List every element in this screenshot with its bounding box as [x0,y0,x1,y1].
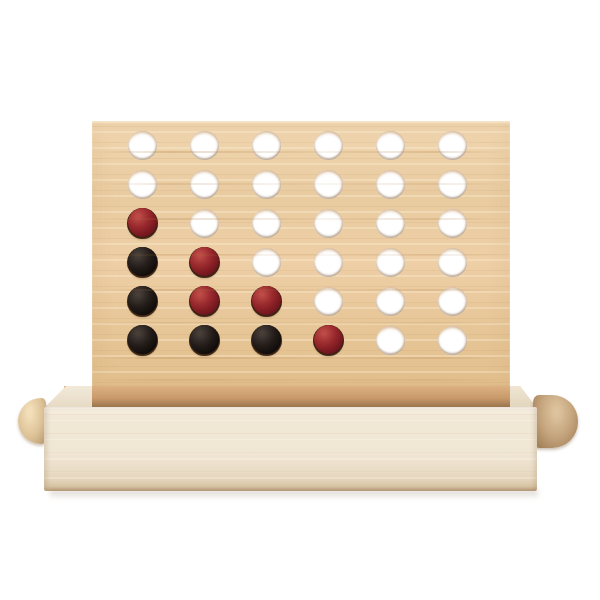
empty-hole [190,170,219,199]
empty-hole [376,131,405,160]
cell-r1c4[interactable] [297,126,359,165]
empty-hole [376,170,405,199]
cell-r1c6[interactable] [421,126,483,165]
cell-r4c3[interactable] [235,243,297,282]
empty-hole [252,170,281,199]
cell-r5c1[interactable] [111,282,173,321]
empty-hole [314,209,343,238]
empty-hole [190,131,219,160]
cell-r3c5[interactable] [359,204,421,243]
tray-rim-left [44,386,92,408]
empty-hole [128,170,157,199]
empty-hole [438,326,467,355]
empty-hole [376,248,405,277]
cell-r6c4[interactable] [297,321,359,360]
cell-r4c5[interactable] [359,243,421,282]
cell-r6c3[interactable] [235,321,297,360]
empty-hole [438,131,467,160]
cell-r5c6[interactable] [421,282,483,321]
cell-r3c4[interactable] [297,204,359,243]
cell-r3c3[interactable] [235,204,297,243]
empty-hole [314,287,343,316]
cell-r2c3[interactable] [235,165,297,204]
empty-hole [438,170,467,199]
cell-r2c1[interactable] [111,165,173,204]
board-grid [111,126,483,360]
cell-r6c2[interactable] [173,321,235,360]
cell-r3c6[interactable] [421,204,483,243]
game-board [92,121,510,391]
empty-hole [376,287,405,316]
black-piece[interactable] [128,286,157,315]
red-piece[interactable] [190,286,219,315]
red-piece[interactable] [190,247,219,276]
cell-r5c2[interactable] [173,282,235,321]
empty-hole [438,248,467,277]
empty-hole [438,209,467,238]
left-dowel-handle[interactable] [18,398,46,444]
red-piece[interactable] [252,286,281,315]
cell-r4c1[interactable] [111,243,173,282]
black-piece[interactable] [252,325,281,354]
cell-r2c2[interactable] [173,165,235,204]
empty-hole [314,248,343,277]
product-photo-connect-four [0,0,600,600]
empty-hole [190,209,219,238]
cell-r1c5[interactable] [359,126,421,165]
black-piece[interactable] [128,247,157,276]
empty-hole [376,326,405,355]
empty-hole [438,287,467,316]
cell-r3c1[interactable] [111,204,173,243]
black-piece[interactable] [190,325,219,354]
cell-r1c3[interactable] [235,126,297,165]
empty-hole [314,170,343,199]
red-piece[interactable] [314,325,343,354]
empty-hole [314,131,343,160]
cell-r3c2[interactable] [173,204,235,243]
cell-r4c2[interactable] [173,243,235,282]
cell-r5c3[interactable] [235,282,297,321]
cell-r4c4[interactable] [297,243,359,282]
cell-r6c5[interactable] [359,321,421,360]
black-piece[interactable] [128,325,157,354]
cell-r6c1[interactable] [111,321,173,360]
right-dowel-handle[interactable] [533,395,578,448]
empty-hole [376,209,405,238]
cell-r2c6[interactable] [421,165,483,204]
tray-interior [64,386,514,408]
empty-hole [252,131,281,160]
cell-r2c5[interactable] [359,165,421,204]
empty-hole [252,248,281,277]
empty-hole [128,131,157,160]
cell-r5c4[interactable] [297,282,359,321]
cell-r6c6[interactable] [421,321,483,360]
empty-hole [252,209,281,238]
wood-grain-streak [92,379,510,381]
ground-shadow [50,490,538,499]
tray-front-panel [44,407,537,491]
cell-r1c1[interactable] [111,126,173,165]
cell-r4c6[interactable] [421,243,483,282]
cell-r1c2[interactable] [173,126,235,165]
cell-r5c5[interactable] [359,282,421,321]
cell-r2c4[interactable] [297,165,359,204]
red-piece[interactable] [128,208,157,237]
